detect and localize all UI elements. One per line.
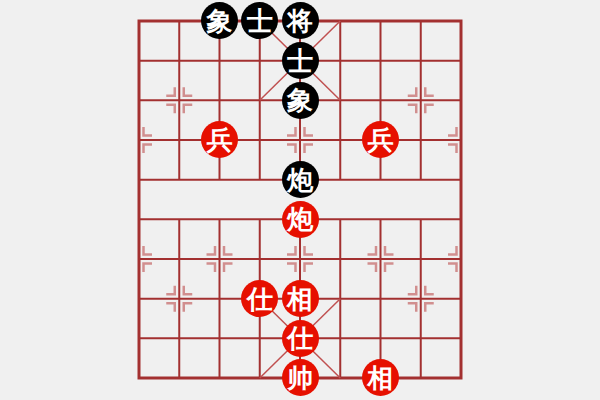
piece-red-advisor-2[interactable]: 仕 (282, 320, 319, 357)
piece-red-pawn-1[interactable]: 兵 (201, 121, 238, 158)
piece-red-king[interactable]: 帅 (282, 359, 319, 396)
piece-red-elephant-2[interactable]: 相 (362, 359, 399, 396)
piece-black-cannon[interactable]: 炮 (282, 161, 319, 198)
piece-black-elephant-1[interactable]: 象 (201, 2, 238, 39)
piece-black-king[interactable]: 将 (282, 2, 319, 39)
piece-red-pawn-2[interactable]: 兵 (362, 121, 399, 158)
piece-black-advisor-2[interactable]: 士 (282, 42, 319, 79)
xiangqi-app: 象士将士象兵兵炮炮仕相仕帅相 (0, 0, 600, 400)
piece-red-cannon[interactable]: 炮 (282, 201, 319, 238)
piece-red-elephant-1[interactable]: 相 (282, 280, 319, 317)
xiangqi-pieces-layer: 象士将士象兵兵炮炮仕相仕帅相 (119, 1, 481, 398)
piece-black-elephant-2[interactable]: 象 (282, 82, 319, 119)
piece-black-advisor-1[interactable]: 士 (241, 2, 278, 39)
piece-red-advisor-1[interactable]: 仕 (241, 280, 278, 317)
